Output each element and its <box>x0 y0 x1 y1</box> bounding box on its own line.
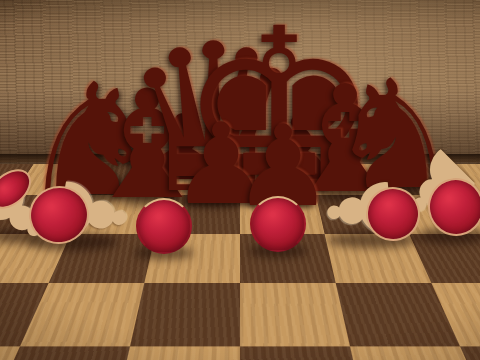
fallen-pawn-d6-felt-base[interactable] <box>136 198 192 254</box>
fallen-pawn-e6-felt-base[interactable] <box>250 196 306 252</box>
chess-photo-scene: ♟ ♟ ♞ ♝ ♛ ♚ ♝ ♞ ♟ ♟ ♟ ♟ ♟ ♟ <box>0 0 480 360</box>
